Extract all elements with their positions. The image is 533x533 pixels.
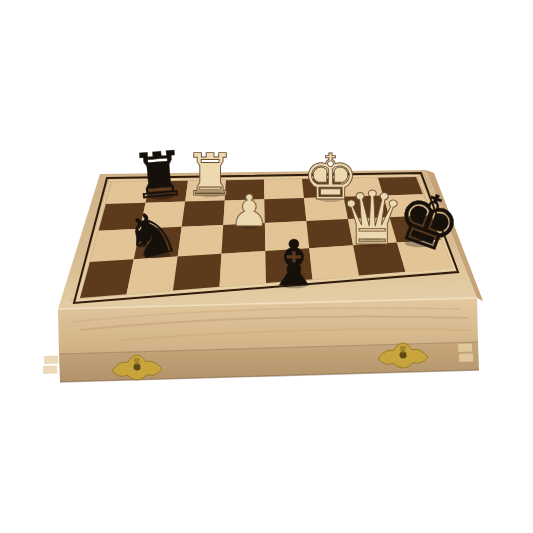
finger-joint — [459, 354, 473, 362]
finger-joint — [458, 344, 472, 352]
square-r2c2[interactable] — [178, 225, 224, 257]
chess-piece-white-pawn[interactable]: ♟ — [229, 185, 268, 236]
square-r1c4[interactable] — [264, 198, 306, 223]
finger-joint — [43, 366, 57, 374]
chess-box-scene: ♜♜♚♟♞♛♚♝ — [0, 0, 533, 533]
square-r0c4[interactable] — [264, 179, 304, 199]
finger-joint — [44, 356, 58, 364]
square-r3c3[interactable] — [220, 251, 267, 287]
chess-piece-black-bishop[interactable]: ♝ — [266, 227, 322, 300]
chess-box-photo: ♜♜♚♟♞♛♚♝ — [0, 0, 533, 533]
